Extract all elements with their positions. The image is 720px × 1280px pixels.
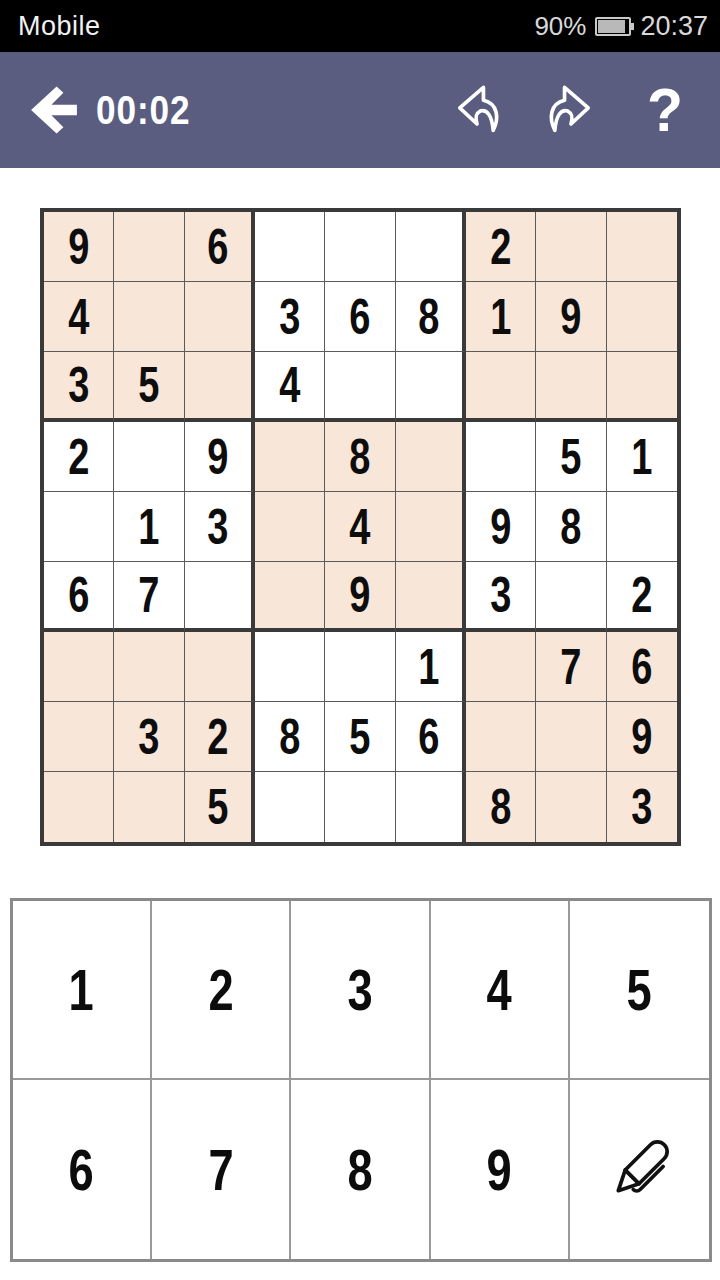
- cell-digit: 4: [349, 502, 370, 552]
- cell-r7c7[interactable]: [466, 632, 536, 702]
- cell-digit: 8: [349, 432, 370, 482]
- cell-r7c8[interactable]: 7: [536, 632, 606, 702]
- cell-r6c2[interactable]: 7: [114, 562, 184, 632]
- cell-r1c4[interactable]: [255, 212, 325, 282]
- status-bar: Mobile 90% 20:37: [0, 0, 720, 52]
- cell-r4c3[interactable]: 9: [185, 422, 255, 492]
- key-digit: 6: [69, 1141, 94, 1199]
- cell-r8c5[interactable]: 5: [325, 702, 395, 772]
- cell-r6c6[interactable]: [396, 562, 466, 632]
- cell-digit: 6: [631, 642, 652, 692]
- cell-r6c3[interactable]: [185, 562, 255, 632]
- cell-r2c6[interactable]: 8: [396, 282, 466, 352]
- key-digit: 1: [69, 961, 94, 1019]
- cell-digit: 3: [631, 782, 652, 832]
- cell-digit: 9: [68, 222, 89, 272]
- cell-r5c8[interactable]: 8: [536, 492, 606, 562]
- cell-r9c2[interactable]: [114, 772, 184, 842]
- cell-r7c2[interactable]: [114, 632, 184, 702]
- cell-digit: 9: [349, 570, 370, 620]
- key-4[interactable]: 4: [431, 901, 570, 1080]
- cell-r4c6[interactable]: [396, 422, 466, 492]
- cell-r9c3[interactable]: 5: [185, 772, 255, 842]
- cell-r2c4[interactable]: 3: [255, 282, 325, 352]
- cell-r8c9[interactable]: 9: [607, 702, 677, 772]
- cell-r7c3[interactable]: [185, 632, 255, 702]
- cell-digit: 6: [68, 570, 89, 620]
- key-digit: 5: [627, 961, 652, 1019]
- key-6[interactable]: 6: [13, 1080, 152, 1259]
- cell-r8c2[interactable]: 3: [114, 702, 184, 772]
- help-button[interactable]: ?: [637, 81, 692, 139]
- cell-r1c7[interactable]: 2: [466, 212, 536, 282]
- back-button[interactable]: [26, 84, 82, 136]
- cell-r9c4[interactable]: [255, 772, 325, 842]
- cell-r5c4[interactable]: [255, 492, 325, 562]
- cell-r7c9[interactable]: 6: [607, 632, 677, 702]
- cell-digit: 8: [418, 292, 439, 342]
- cell-r5c9[interactable]: [607, 492, 677, 562]
- cell-r9c7[interactable]: 8: [466, 772, 536, 842]
- cell-r1c3[interactable]: 6: [185, 212, 255, 282]
- cell-r1c6[interactable]: [396, 212, 466, 282]
- cell-r8c1[interactable]: [44, 702, 114, 772]
- cell-digit: 2: [490, 222, 511, 272]
- cell-r1c9[interactable]: [607, 212, 677, 282]
- cell-digit: 6: [207, 222, 228, 272]
- cell-digit: 5: [349, 712, 370, 762]
- cell-r9c9[interactable]: 3: [607, 772, 677, 842]
- cell-r2c5[interactable]: 6: [325, 282, 395, 352]
- undo-icon: [449, 82, 505, 138]
- clock-time: 20:37: [640, 11, 708, 42]
- cell-r2c9[interactable]: [607, 282, 677, 352]
- cell-r8c4[interactable]: 8: [255, 702, 325, 772]
- cell-digit: 7: [138, 570, 159, 620]
- cell-r4c4[interactable]: [255, 422, 325, 492]
- cell-digit: 3: [68, 360, 89, 410]
- cell-r4c8[interactable]: 5: [536, 422, 606, 492]
- cell-r9c1[interactable]: [44, 772, 114, 842]
- cell-r8c6[interactable]: 6: [396, 702, 466, 772]
- cell-r6c1[interactable]: 6: [44, 562, 114, 632]
- back-arrow-icon: [27, 85, 81, 135]
- key-3[interactable]: 3: [291, 901, 430, 1080]
- cell-r6c4[interactable]: [255, 562, 325, 632]
- cell-r2c8[interactable]: 9: [536, 282, 606, 352]
- pen-icon: [600, 1131, 678, 1209]
- key-1[interactable]: 1: [13, 901, 152, 1080]
- cell-r7c4[interactable]: [255, 632, 325, 702]
- cell-digit: 2: [631, 570, 652, 620]
- cell-r9c8[interactable]: [536, 772, 606, 842]
- cell-digit: 5: [560, 432, 581, 482]
- cell-digit: 1: [138, 502, 159, 552]
- redo-icon: [543, 82, 599, 138]
- redo-button[interactable]: [542, 81, 600, 139]
- cell-r3c7[interactable]: [466, 352, 536, 422]
- cell-digit: 3: [490, 570, 511, 620]
- cell-r6c9[interactable]: 2: [607, 562, 677, 632]
- cell-r3c1[interactable]: 3: [44, 352, 114, 422]
- carrier-label: Mobile: [18, 11, 101, 42]
- cell-r9c6[interactable]: [396, 772, 466, 842]
- cell-r3c6[interactable]: [396, 352, 466, 422]
- cell-r9c5[interactable]: [325, 772, 395, 842]
- battery-percent: 90%: [534, 11, 586, 42]
- cell-digit: 8: [560, 502, 581, 552]
- cell-r3c5[interactable]: [325, 352, 395, 422]
- cell-r3c3[interactable]: [185, 352, 255, 422]
- cell-r5c6[interactable]: [396, 492, 466, 562]
- game-timer: 00:02: [96, 88, 190, 133]
- key-digit: 4: [487, 961, 512, 1019]
- cell-digit: 3: [207, 502, 228, 552]
- cell-digit: 8: [490, 782, 511, 832]
- cell-r5c5[interactable]: 4: [325, 492, 395, 562]
- key-7[interactable]: 7: [152, 1080, 291, 1259]
- cell-r2c7[interactable]: 1: [466, 282, 536, 352]
- key-digit: 2: [208, 961, 233, 1019]
- key-9[interactable]: 9: [431, 1080, 570, 1259]
- app-header: 00:02 ?: [0, 52, 720, 168]
- cell-digit: 8: [279, 712, 300, 762]
- cell-digit: 1: [490, 292, 511, 342]
- cell-r8c7[interactable]: [466, 702, 536, 772]
- cell-r2c1[interactable]: 4: [44, 282, 114, 352]
- cell-r2c2[interactable]: [114, 282, 184, 352]
- cell-r1c5[interactable]: [325, 212, 395, 282]
- sudoku-board: 962436819354298511349867932176328569583: [40, 208, 681, 846]
- cell-r8c3[interactable]: 2: [185, 702, 255, 772]
- cell-r5c3[interactable]: 3: [185, 492, 255, 562]
- cell-r8c8[interactable]: [536, 702, 606, 772]
- cell-r3c4[interactable]: 4: [255, 352, 325, 422]
- cell-digit: 6: [418, 712, 439, 762]
- cell-digit: 5: [207, 782, 228, 832]
- cell-r5c1[interactable]: [44, 492, 114, 562]
- cell-digit: 1: [418, 642, 439, 692]
- key-digit: 7: [208, 1141, 233, 1199]
- cell-digit: 3: [279, 292, 300, 342]
- cell-digit: 9: [207, 432, 228, 482]
- key-digit: 9: [487, 1141, 512, 1199]
- number-keypad: 123456789: [10, 898, 712, 1262]
- cell-r7c6[interactable]: 1: [396, 632, 466, 702]
- pen-key[interactable]: [570, 1080, 709, 1259]
- cell-r1c1[interactable]: 9: [44, 212, 114, 282]
- cell-r7c1[interactable]: [44, 632, 114, 702]
- cell-r6c5[interactable]: 9: [325, 562, 395, 632]
- key-digit: 8: [347, 1141, 372, 1199]
- key-digit: 3: [347, 961, 372, 1019]
- cell-r6c8[interactable]: [536, 562, 606, 632]
- cell-r4c1[interactable]: 2: [44, 422, 114, 492]
- cell-r3c9[interactable]: [607, 352, 677, 422]
- cell-digit: 2: [68, 432, 89, 482]
- key-8[interactable]: 8: [291, 1080, 430, 1259]
- cell-digit: 1: [631, 432, 652, 482]
- cell-r1c8[interactable]: [536, 212, 606, 282]
- cell-r1c2[interactable]: [114, 212, 184, 282]
- cell-digit: 3: [138, 712, 159, 762]
- cell-r6c7[interactable]: 3: [466, 562, 536, 632]
- cell-r5c2[interactable]: 1: [114, 492, 184, 562]
- cell-r4c2[interactable]: [114, 422, 184, 492]
- cell-r5c7[interactable]: 9: [466, 492, 536, 562]
- cell-digit: 4: [279, 360, 300, 410]
- cell-r2c3[interactable]: [185, 282, 255, 352]
- cell-r4c9[interactable]: 1: [607, 422, 677, 492]
- cell-r3c8[interactable]: [536, 352, 606, 422]
- cell-r4c7[interactable]: [466, 422, 536, 492]
- cell-digit: 7: [560, 642, 581, 692]
- key-5[interactable]: 5: [570, 901, 709, 1080]
- cell-r7c5[interactable]: [325, 632, 395, 702]
- cell-digit: 6: [349, 292, 370, 342]
- undo-button[interactable]: [448, 81, 506, 139]
- cell-digit: 4: [68, 292, 89, 342]
- battery-icon: [595, 17, 631, 36]
- cell-digit: 9: [490, 502, 511, 552]
- cell-digit: 5: [138, 360, 159, 410]
- key-2[interactable]: 2: [152, 901, 291, 1080]
- cell-r3c2[interactable]: 5: [114, 352, 184, 422]
- cell-digit: 9: [631, 712, 652, 762]
- cell-digit: 9: [560, 292, 581, 342]
- cell-r4c5[interactable]: 8: [325, 422, 395, 492]
- cell-digit: 2: [207, 712, 228, 762]
